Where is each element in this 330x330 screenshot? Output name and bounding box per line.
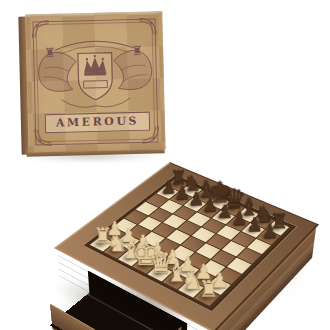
chess-piece-white-r: ♜	[198, 278, 219, 301]
chess-case-scene: ♜♞♝♛♚♝♞♜♟♟♟♟♟♟♟♟♟♟♟♟♟♟♟♟♜♞♝♛♚♝♞♜	[0, 0, 330, 330]
chess-board: ♜♞♝♛♚♝♞♜♟♟♟♟♟♟♟♟♟♟♟♟♟♟♟♟♜♞♝♛♚♝♞♜	[54, 162, 319, 330]
product-photo: ♜ ♜ AMEROUS	[0, 0, 330, 330]
chess-piece-black-p: ♟	[261, 222, 278, 241]
